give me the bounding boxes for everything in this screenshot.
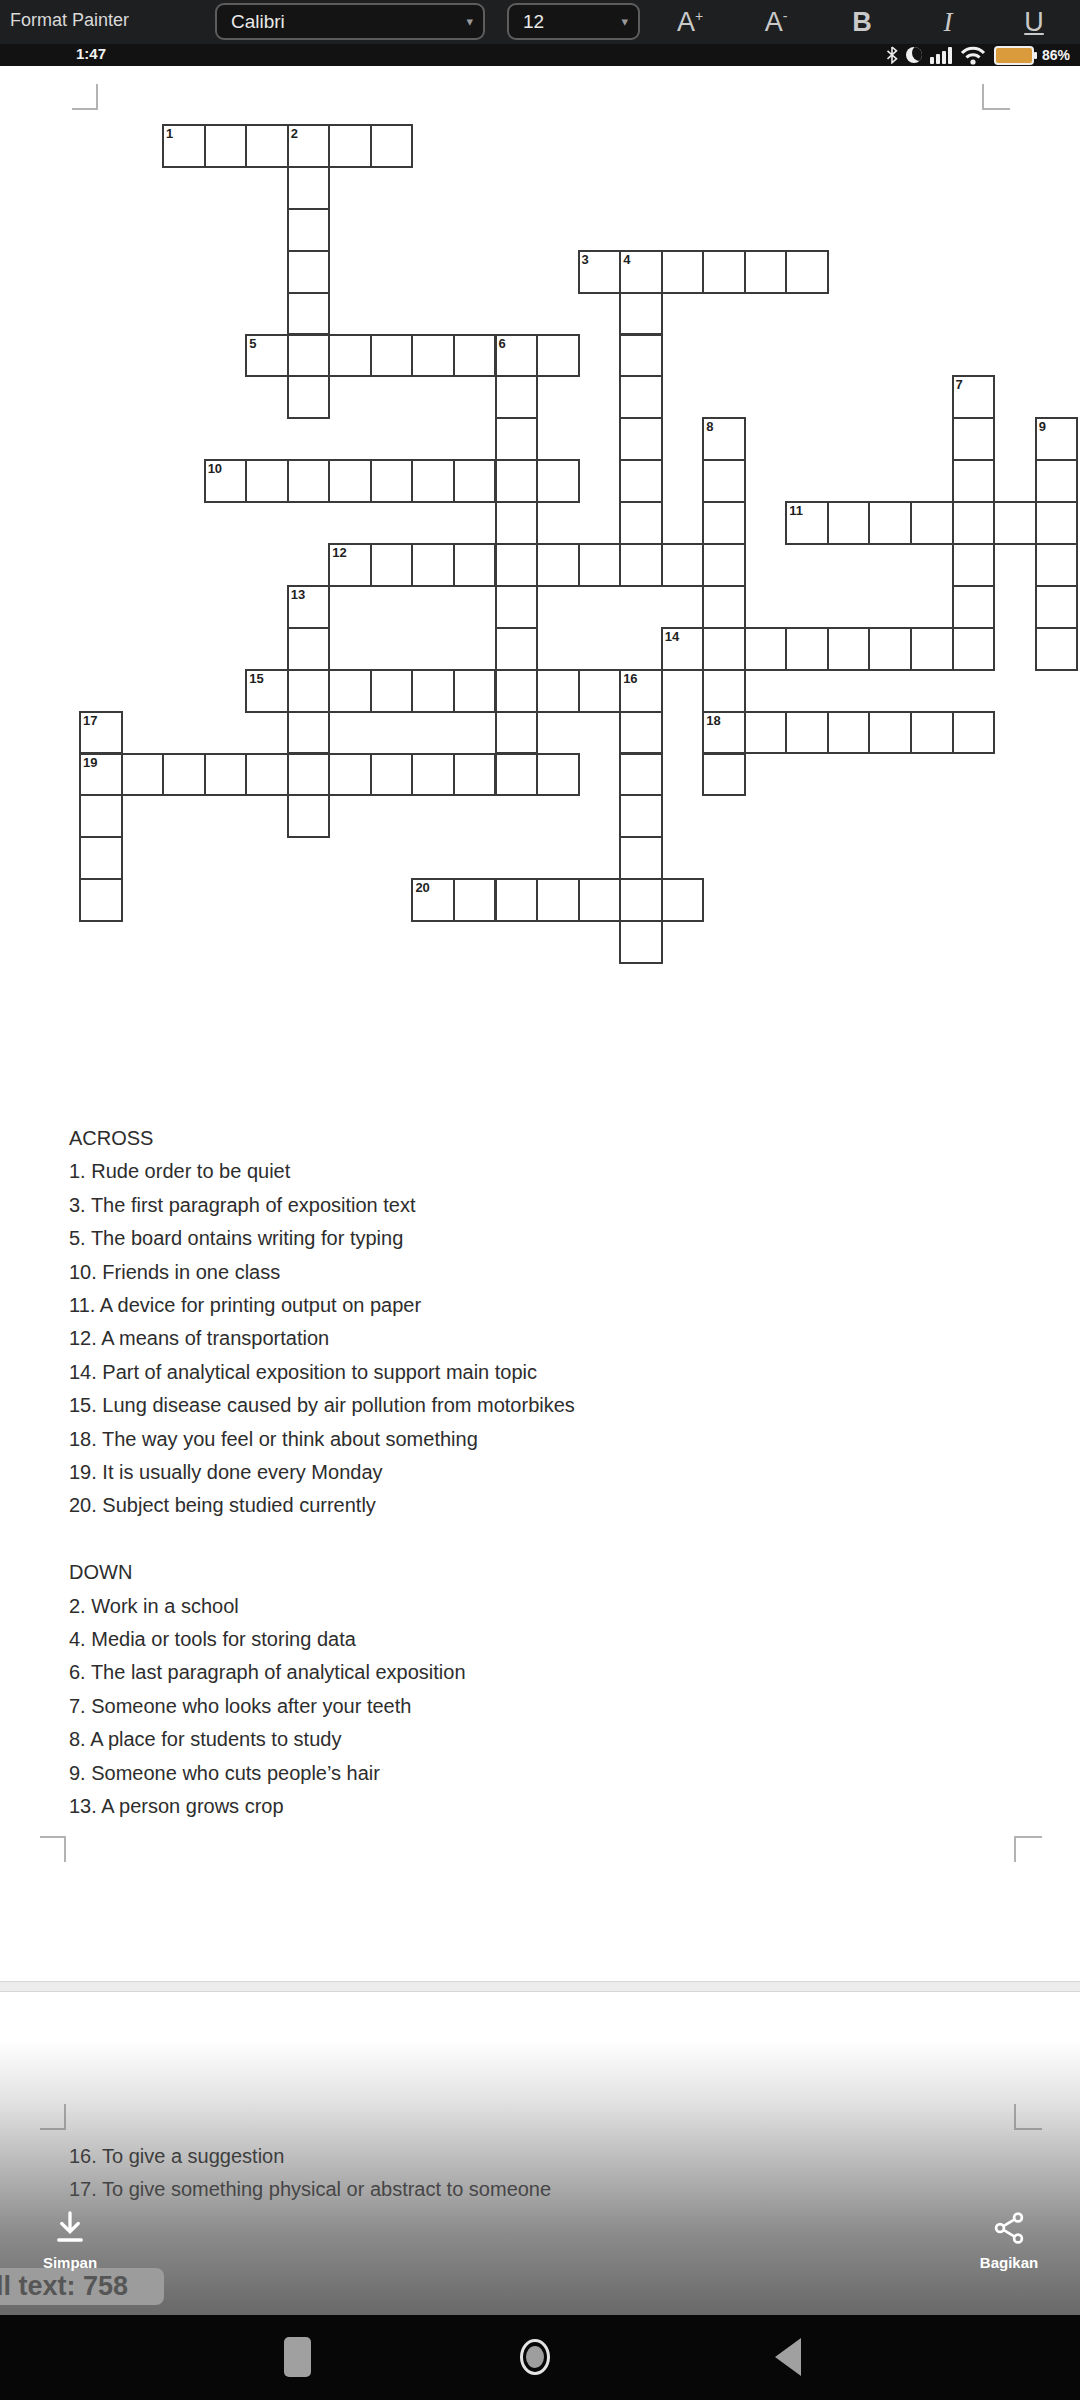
grid-cell[interactable] (702, 543, 746, 587)
grid-cell[interactable]: 11 (785, 501, 829, 545)
grid-cell[interactable] (287, 753, 331, 797)
italic-button[interactable]: I (918, 1, 978, 43)
grid-cell[interactable] (287, 334, 331, 378)
grid-cell[interactable]: 6 (495, 334, 539, 378)
font-size-value: 12 (509, 11, 544, 33)
grid-cell[interactable]: 10 (204, 459, 248, 503)
clue-number: 20 (415, 880, 429, 895)
grid-cell[interactable] (79, 794, 123, 838)
share-label: Bagikan (980, 2254, 1038, 2271)
grid-cell[interactable] (702, 627, 746, 671)
grid-cell[interactable] (952, 501, 996, 545)
grid-cell[interactable]: 9 (1035, 417, 1079, 461)
grid-cell[interactable] (619, 794, 663, 838)
clue-number: 6 (499, 336, 506, 351)
grid-cell[interactable] (1035, 459, 1079, 503)
grid-cell[interactable] (495, 501, 539, 545)
grid-cell[interactable] (453, 459, 497, 503)
grid-cell[interactable] (495, 753, 539, 797)
grid-cell[interactable] (702, 669, 746, 713)
grid-cell[interactable] (952, 417, 996, 461)
grid-cell[interactable] (162, 753, 206, 797)
grid-cell[interactable] (287, 166, 331, 210)
grid-cell[interactable] (536, 543, 580, 587)
grid-cell[interactable]: 5 (245, 334, 289, 378)
grid-cell[interactable] (411, 753, 455, 797)
grid-cell[interactable] (495, 627, 539, 671)
grid-cell[interactable] (952, 585, 996, 629)
android-nav-bar (0, 2315, 1080, 2400)
grid-cell[interactable]: 12 (328, 543, 372, 587)
down-heading: DOWN (69, 1556, 575, 1589)
grid-cell[interactable] (287, 375, 331, 419)
grid-cell[interactable]: 15 (245, 669, 289, 713)
grid-cell[interactable] (1035, 585, 1079, 629)
grid-cell[interactable] (370, 459, 414, 503)
moon-icon (906, 47, 922, 63)
grid-cell[interactable] (536, 669, 580, 713)
grid-cell[interactable]: 2 (287, 124, 331, 168)
across-clue: 3. The first paragraph of exposition tex… (69, 1189, 575, 1222)
word-count-chip: ll text: 758 (0, 2268, 164, 2305)
grid-cell[interactable] (578, 669, 622, 713)
grid-cell[interactable] (702, 250, 746, 294)
font-name-value: Calibri (217, 11, 285, 33)
grid-cell[interactable] (495, 417, 539, 461)
grid-cell[interactable] (619, 417, 663, 461)
grid-cell[interactable] (287, 459, 331, 503)
font-name-dropdown[interactable]: Calibri ▾ (215, 3, 485, 40)
down-clue: 17. To give something physical or abstra… (69, 2173, 551, 2206)
grid-cell[interactable] (661, 250, 705, 294)
grid-cell[interactable] (910, 627, 954, 671)
grid-cell[interactable] (1035, 543, 1079, 587)
grid-cell[interactable] (827, 627, 871, 671)
grid-cell[interactable] (328, 753, 372, 797)
grid-cell[interactable] (619, 920, 663, 964)
across-clue: 20. Subject being studied currently (69, 1489, 575, 1522)
grid-cell[interactable] (287, 669, 331, 713)
clue-list-page1: ACROSS1. Rude order to be quiet3. The fi… (69, 1122, 575, 1824)
grid-cell[interactable] (619, 459, 663, 503)
grid-cell[interactable] (411, 669, 455, 713)
grid-cell[interactable] (370, 543, 414, 587)
grid-cell[interactable] (619, 543, 663, 587)
share-button[interactable]: Bagikan (949, 2210, 1069, 2271)
chevron-down-icon: ▾ (621, 14, 638, 29)
across-clue: 10. Friends in one class (69, 1256, 575, 1289)
clue-number: 11 (789, 503, 803, 518)
grid-cell[interactable] (536, 878, 580, 922)
grid-cell[interactable] (785, 250, 829, 294)
grid-cell[interactable] (328, 459, 372, 503)
grid-cell[interactable] (619, 292, 663, 336)
bold-button[interactable]: B (832, 1, 892, 43)
clue-list-page2: 16. To give a suggestion17. To give some… (69, 2140, 551, 2207)
grid-cell[interactable] (619, 753, 663, 797)
grid-cell[interactable] (287, 292, 331, 336)
battery-icon (994, 46, 1034, 65)
clue-number: 17 (83, 713, 97, 728)
clock: 1:47 (76, 45, 106, 62)
chevron-down-icon: ▾ (466, 14, 483, 29)
clue-number: 19 (83, 755, 97, 770)
across-clue: 18. The way you feel or think about some… (69, 1423, 575, 1456)
down-clue: 16. To give a suggestion (69, 2140, 551, 2173)
grid-cell[interactable] (370, 124, 414, 168)
grid-cell[interactable]: 13 (287, 585, 331, 629)
decrease-font-button[interactable]: A- (746, 1, 806, 43)
down-clue: 6. The last paragraph of analytical expo… (69, 1656, 575, 1689)
clue-number: 10 (208, 461, 222, 476)
grid-cell[interactable]: 1 (162, 124, 206, 168)
grid-cell[interactable] (411, 543, 455, 587)
grid-cell[interactable] (495, 375, 539, 419)
grid-cell[interactable] (702, 501, 746, 545)
grid-cell[interactable] (744, 711, 788, 755)
down-clue: 2. Work in a school (69, 1590, 575, 1623)
grid-cell[interactable] (536, 753, 580, 797)
clue-number: 4 (623, 252, 630, 267)
grid-cell[interactable] (204, 124, 248, 168)
grid-cell[interactable] (785, 627, 829, 671)
grid-cell[interactable] (952, 711, 996, 755)
grid-cell[interactable] (495, 878, 539, 922)
grid-cell[interactable] (79, 878, 123, 922)
save-label: Simpan (43, 2254, 97, 2271)
grid-cell[interactable] (411, 459, 455, 503)
grid-cell[interactable] (121, 753, 165, 797)
grid-cell[interactable] (328, 669, 372, 713)
grid-cell[interactable] (411, 334, 455, 378)
clue-number: 8 (706, 419, 713, 434)
across-clue: 11. A device for printing output on pape… (69, 1289, 575, 1322)
grid-cell[interactable] (910, 501, 954, 545)
clue-number: 18 (706, 713, 720, 728)
grid-cell[interactable] (1035, 501, 1079, 545)
grid-cell[interactable] (536, 334, 580, 378)
grid-cell[interactable] (578, 878, 622, 922)
grid-cell[interactable] (702, 585, 746, 629)
clue-number: 15 (249, 671, 263, 686)
grid-cell[interactable] (536, 459, 580, 503)
grid-cell[interactable] (619, 375, 663, 419)
grid-cell[interactable] (619, 711, 663, 755)
wifi-icon (960, 46, 986, 65)
grid-cell[interactable] (453, 878, 497, 922)
grid-cell[interactable] (993, 501, 1037, 545)
underline-button[interactable]: U (1004, 1, 1064, 43)
grid-cell[interactable] (370, 669, 414, 713)
grid-cell[interactable] (702, 459, 746, 503)
grid-cell[interactable] (952, 627, 996, 671)
grid-cell[interactable]: 16 (619, 669, 663, 713)
clue-number: 9 (1039, 419, 1046, 434)
grid-cell[interactable] (495, 543, 539, 587)
grid-cell[interactable] (453, 669, 497, 713)
clue-number: 1 (166, 126, 173, 141)
clue-number: 5 (249, 336, 256, 351)
across-clue: 19. It is usually done every Monday (69, 1456, 575, 1489)
down-clue: 7. Someone who looks after your teeth (69, 1690, 575, 1723)
word-mobile-screen: Format Painter Calibri ▾ 12 ▾ A+ A- B I … (0, 0, 1080, 2400)
grid-cell[interactable] (495, 711, 539, 755)
grid-cell[interactable]: 3 (578, 250, 622, 294)
grid-cell[interactable] (868, 501, 912, 545)
grid-cell[interactable] (328, 124, 372, 168)
font-size-dropdown[interactable]: 12 ▾ (507, 3, 640, 40)
page-separator (0, 1981, 1080, 1992)
grid-cell[interactable] (453, 753, 497, 797)
clue-number: 7 (956, 377, 963, 392)
grid-cell[interactable] (868, 711, 912, 755)
save-button[interactable]: Simpan (10, 2210, 130, 2271)
grid-cell[interactable] (328, 334, 372, 378)
grid-cell[interactable] (79, 836, 123, 880)
format-painter-button[interactable]: Format Painter (10, 10, 129, 31)
grid-cell[interactable] (744, 627, 788, 671)
grid-cell[interactable] (661, 878, 705, 922)
grid-cell[interactable] (245, 753, 289, 797)
grid-cell[interactable] (204, 753, 248, 797)
grid-cell[interactable] (287, 711, 331, 755)
grid-cell[interactable] (785, 711, 829, 755)
grid-cell[interactable] (827, 501, 871, 545)
grid-cell[interactable] (287, 627, 331, 671)
grid-cell[interactable] (245, 459, 289, 503)
battery-percent: 86% (1042, 47, 1070, 63)
clue-number: 13 (291, 587, 305, 602)
back-button[interactable] (775, 2338, 801, 2376)
increase-font-button[interactable]: A+ (660, 1, 720, 43)
grid-cell[interactable] (245, 124, 289, 168)
clue-number: 16 (623, 671, 637, 686)
clue-number: 2 (291, 126, 298, 141)
grid-cell[interactable] (661, 543, 705, 587)
format-toolbar: Format Painter Calibri ▾ 12 ▾ A+ A- B I … (0, 0, 1080, 44)
grid-cell[interactable] (619, 878, 663, 922)
across-heading: ACROSS (69, 1122, 575, 1155)
down-clue: 8. A place for students to study (69, 1723, 575, 1756)
grid-cell[interactable] (287, 794, 331, 838)
grid-cell[interactable] (370, 334, 414, 378)
home-button[interactable] (520, 2337, 554, 2377)
across-clue: 14. Part of analytical exposition to sup… (69, 1356, 575, 1389)
grid-cell[interactable] (868, 627, 912, 671)
grid-cell[interactable] (495, 459, 539, 503)
grid-cell[interactable] (619, 836, 663, 880)
grid-cell[interactable]: 4 (619, 250, 663, 294)
grid-cell[interactable] (453, 334, 497, 378)
grid-cell[interactable]: 8 (702, 417, 746, 461)
across-clue: 15. Lung disease caused by air pollution… (69, 1389, 575, 1422)
down-clue: 9. Someone who cuts people’s hair (69, 1757, 575, 1790)
across-clue: 1. Rude order to be quiet (69, 1155, 575, 1188)
clue-number: 12 (332, 545, 346, 560)
grid-cell[interactable]: 17 (79, 711, 123, 755)
share-icon (991, 2210, 1027, 2250)
grid-cell[interactable] (578, 543, 622, 587)
clue-number: 14 (665, 629, 679, 644)
bluetooth-icon (886, 46, 898, 64)
grid-cell[interactable]: 14 (661, 627, 705, 671)
grid-cell[interactable] (702, 753, 746, 797)
status-bar: 1:47 86% (0, 44, 1080, 66)
grid-cell[interactable] (619, 334, 663, 378)
down-clue: 13. A person grows crop (69, 1790, 575, 1823)
grid-cell[interactable]: 19 (79, 753, 123, 797)
grid-cell[interactable] (910, 711, 954, 755)
down-clue: 4. Media or tools for storing data (69, 1623, 575, 1656)
grid-cell[interactable]: 7 (952, 375, 996, 419)
across-clue: 12. A means of transportation (69, 1322, 575, 1355)
grid-cell[interactable] (287, 250, 331, 294)
recents-button[interactable] (284, 2337, 311, 2377)
grid-cell[interactable] (453, 543, 497, 587)
grid-cell[interactable] (495, 585, 539, 629)
signal-icon (930, 47, 952, 64)
grid-cell[interactable] (370, 753, 414, 797)
grid-cell[interactable] (1035, 627, 1079, 671)
grid-cell[interactable]: 20 (411, 878, 455, 922)
grid-cell[interactable]: 18 (702, 711, 746, 755)
grid-cell[interactable] (952, 459, 996, 503)
grid-cell[interactable] (287, 208, 331, 252)
download-icon (52, 2210, 88, 2250)
grid-cell[interactable] (495, 669, 539, 713)
clue-number: 3 (582, 252, 589, 267)
grid-cell[interactable] (619, 501, 663, 545)
grid-cell[interactable] (952, 543, 996, 587)
grid-cell[interactable] (744, 250, 788, 294)
grid-cell[interactable] (827, 711, 871, 755)
across-clue: 5. The board ontains writing for typing (69, 1222, 575, 1255)
